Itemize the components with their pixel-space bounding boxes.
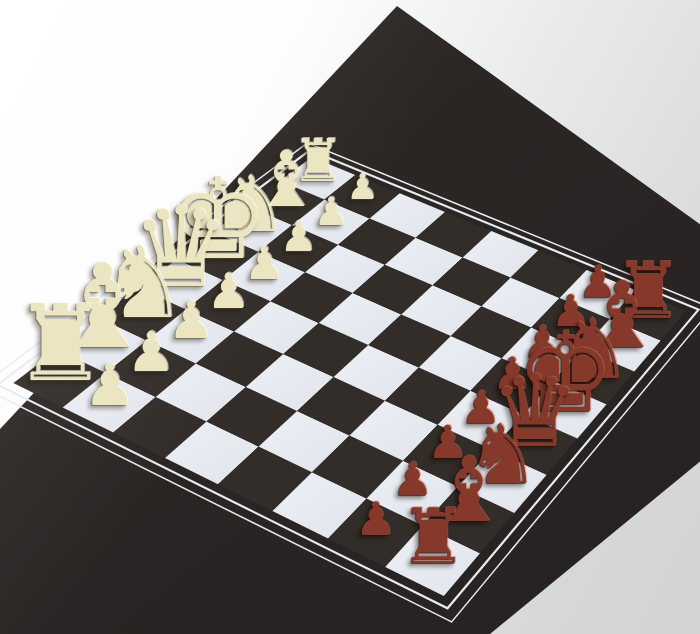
chessboard-and-mat [0, 0, 700, 634]
chess-set-photo: ♜♝♞♛♚♞♝♜♟♟♟♟♟♟♟♟♟♟♟♟♟♟♟♟♜♝♞♛♚♞♝♜ [0, 0, 700, 634]
